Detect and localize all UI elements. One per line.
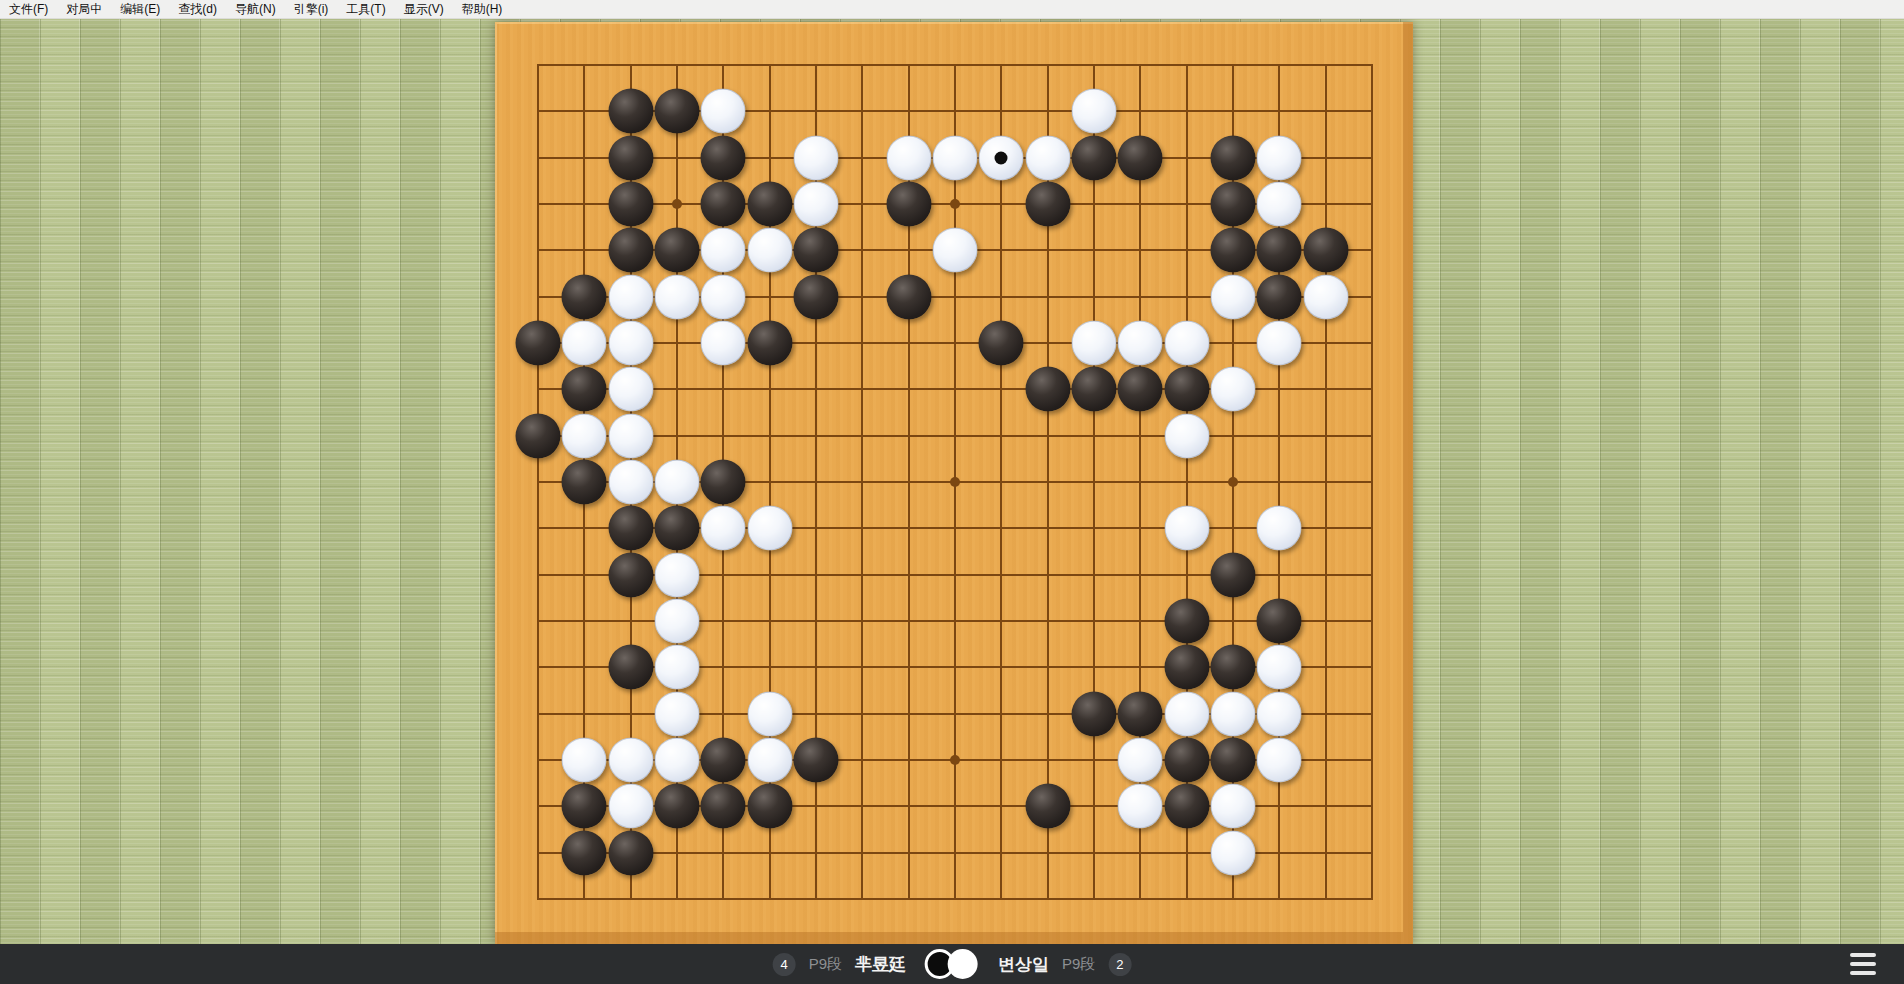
stone-white	[1118, 737, 1163, 782]
menu-bar: 文件(F) 对局中 编辑(E) 查找(d) 导航(N) 引擎(i) 工具(T) …	[0, 0, 1904, 19]
stone-white	[1257, 506, 1302, 551]
stone-black	[562, 830, 607, 875]
stone-black	[1257, 228, 1302, 273]
stone-black	[655, 89, 700, 134]
stone-black	[1257, 599, 1302, 644]
stone-white	[1210, 274, 1255, 319]
stone-black	[1210, 182, 1255, 227]
stone-black	[608, 182, 653, 227]
stone-white	[608, 274, 653, 319]
white-player-name: 변상일	[998, 953, 1049, 976]
last-move-marker	[995, 151, 1008, 164]
stone-white	[747, 737, 792, 782]
stone-white	[562, 413, 607, 458]
stone-black	[794, 274, 839, 319]
stone-black	[516, 321, 561, 366]
stone-black	[608, 135, 653, 180]
grid-line-h	[537, 898, 1373, 900]
white-captures-badge: 2	[1108, 953, 1131, 976]
grid-line-v	[1093, 64, 1095, 900]
stone-black	[1072, 691, 1117, 736]
stone-white	[655, 552, 700, 597]
stone-white	[1210, 830, 1255, 875]
stone-black	[1025, 367, 1070, 412]
stone-white	[1164, 321, 1209, 366]
stone-black	[1210, 228, 1255, 273]
menu-item-edit[interactable]: 编辑(E)	[111, 0, 169, 18]
stone-black	[1210, 737, 1255, 782]
stone-white	[1257, 691, 1302, 736]
stone-white	[794, 182, 839, 227]
color-turn-toggle[interactable]	[925, 948, 979, 980]
stone-white	[701, 89, 746, 134]
stone-white	[608, 413, 653, 458]
stone-white	[1257, 737, 1302, 782]
stone-white	[655, 737, 700, 782]
stone-white	[608, 460, 653, 505]
stone-black	[608, 645, 653, 690]
stone-black	[701, 182, 746, 227]
stone-black	[562, 274, 607, 319]
stone-white	[655, 645, 700, 690]
stone-white	[1257, 182, 1302, 227]
menu-item-help[interactable]: 帮助(H)	[453, 0, 512, 18]
stone-white	[701, 506, 746, 551]
black-player-rank: P9段	[809, 955, 842, 974]
stone-white	[655, 274, 700, 319]
grid-line-v	[1325, 64, 1327, 900]
stone-white	[1164, 413, 1209, 458]
stone-white	[608, 784, 653, 829]
stone-black	[655, 228, 700, 273]
stone-black	[1210, 645, 1255, 690]
grid-line-v	[1000, 64, 1002, 900]
stone-black	[608, 506, 653, 551]
stone-white	[701, 274, 746, 319]
stone-white	[655, 691, 700, 736]
stone-white	[701, 321, 746, 366]
go-board-grid	[495, 22, 1413, 944]
stone-black	[747, 784, 792, 829]
stone-black	[1072, 135, 1117, 180]
star-point	[1228, 477, 1238, 487]
stone-white	[1164, 691, 1209, 736]
stone-black	[886, 274, 931, 319]
stone-black	[1118, 135, 1163, 180]
black-captures-badge: 4	[773, 953, 796, 976]
stone-white	[747, 691, 792, 736]
stone-black	[1210, 552, 1255, 597]
stone-white	[1210, 784, 1255, 829]
players-info: 4 P9段 芈昱廷 변상일 P9段 2	[773, 944, 1132, 984]
stone-black	[1118, 691, 1163, 736]
star-point	[672, 199, 682, 209]
stone-white	[1072, 89, 1117, 134]
menu-item-game[interactable]: 对局中	[57, 0, 111, 18]
stone-white	[608, 737, 653, 782]
stone-white	[747, 506, 792, 551]
stone-black	[516, 413, 561, 458]
stone-black	[1164, 737, 1209, 782]
menu-item-view[interactable]: 显示(V)	[395, 0, 453, 18]
go-board[interactable]	[495, 22, 1413, 944]
stone-white	[1072, 321, 1117, 366]
stone-black	[701, 135, 746, 180]
white-player-rank: P9段	[1062, 955, 1095, 974]
stone-black	[655, 506, 700, 551]
stone-white	[933, 135, 978, 180]
stone-black	[1164, 367, 1209, 412]
stone-black	[1210, 135, 1255, 180]
stone-white	[1210, 691, 1255, 736]
hamburger-menu-button[interactable]	[1850, 953, 1876, 975]
star-point	[950, 755, 960, 765]
menu-item-tools[interactable]: 工具(T)	[337, 0, 394, 18]
stone-white	[1118, 321, 1163, 366]
stone-black	[747, 182, 792, 227]
menu-item-navigate[interactable]: 导航(N)	[226, 0, 285, 18]
stone-black	[1257, 274, 1302, 319]
stone-black	[608, 89, 653, 134]
stone-white	[562, 321, 607, 366]
stone-black	[608, 830, 653, 875]
stone-black	[701, 784, 746, 829]
stone-black	[608, 552, 653, 597]
white-stone-icon	[948, 949, 978, 979]
stone-white	[1257, 135, 1302, 180]
stone-black	[608, 228, 653, 273]
stone-black	[562, 367, 607, 412]
menu-item-find[interactable]: 查找(d)	[169, 0, 226, 18]
stone-black	[979, 321, 1024, 366]
stone-white	[1257, 645, 1302, 690]
stone-black	[1164, 645, 1209, 690]
grid-line-v	[1371, 64, 1373, 900]
black-player-name: 芈昱廷	[855, 953, 906, 976]
stone-black	[1072, 367, 1117, 412]
stone-black	[747, 321, 792, 366]
stone-black	[794, 737, 839, 782]
stone-black	[701, 737, 746, 782]
stone-white	[608, 321, 653, 366]
stone-black	[1025, 784, 1070, 829]
stone-white	[655, 460, 700, 505]
stone-white	[562, 737, 607, 782]
stone-white	[1164, 506, 1209, 551]
stone-black	[1118, 367, 1163, 412]
stone-black	[1025, 182, 1070, 227]
stone-white	[1025, 135, 1070, 180]
stone-black	[1164, 599, 1209, 644]
stone-black	[562, 460, 607, 505]
menu-item-engine[interactable]: 引擎(i)	[285, 0, 338, 18]
stone-white	[701, 228, 746, 273]
stone-white	[655, 599, 700, 644]
stone-white	[933, 228, 978, 273]
stone-black	[701, 460, 746, 505]
star-point	[950, 199, 960, 209]
stone-white	[886, 135, 931, 180]
stone-black	[1303, 228, 1348, 273]
stone-black	[794, 228, 839, 273]
menu-item-file[interactable]: 文件(F)	[0, 0, 57, 18]
stone-black	[1164, 784, 1209, 829]
star-point	[950, 477, 960, 487]
stone-black	[886, 182, 931, 227]
stone-white	[608, 367, 653, 412]
stone-white	[1303, 274, 1348, 319]
stone-black	[655, 784, 700, 829]
stone-white	[1118, 784, 1163, 829]
stone-white	[1210, 367, 1255, 412]
stone-white	[1257, 321, 1302, 366]
stone-white	[747, 228, 792, 273]
stone-white	[794, 135, 839, 180]
status-bar: 4 P9段 芈昱廷 변상일 P9段 2	[0, 944, 1904, 984]
stone-black	[562, 784, 607, 829]
